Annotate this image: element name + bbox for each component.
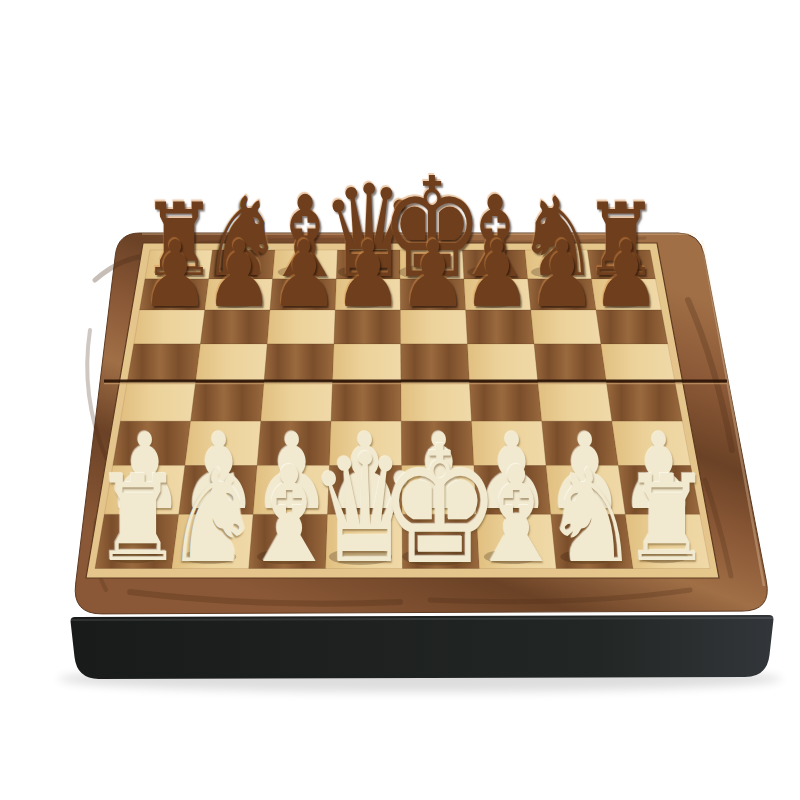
square-f4 (469, 381, 541, 421)
square-b6 (201, 310, 271, 344)
square-d4 (331, 381, 401, 421)
square-e3 (401, 421, 474, 465)
square-d3 (330, 421, 402, 465)
piece-ground-shadow (467, 266, 514, 278)
square-d5 (333, 344, 401, 381)
piece-ground-shadow (280, 298, 319, 308)
piece-ground-shadow (257, 549, 313, 564)
square-d6 (334, 310, 401, 344)
square-h5 (601, 344, 675, 381)
square-c3 (257, 421, 331, 465)
piece-ground-shadow (399, 265, 457, 280)
piece-ground-shadow (338, 265, 392, 279)
square-a3 (113, 421, 191, 465)
square-e5 (401, 344, 470, 381)
piece-ground-shadow (596, 267, 638, 278)
piece-ground-shadow (638, 550, 688, 563)
piece-ground-shadow (215, 266, 261, 278)
piece-ground-shadow (119, 498, 163, 510)
piece-ground-shadow (278, 266, 325, 278)
square-f3 (472, 421, 546, 465)
piece-ground-shadow (484, 549, 540, 564)
piece-ground-shadow (329, 548, 392, 565)
square-f5 (468, 344, 538, 381)
piece-ground-shadow (345, 298, 384, 308)
piece-ground-shadow (474, 298, 513, 308)
square-a4 (120, 381, 195, 421)
piece-ground-shadow (560, 550, 614, 564)
piece-ground-shadow (402, 548, 470, 566)
square-g3 (542, 421, 619, 465)
piece-ground-shadow (339, 498, 383, 510)
piece-ground-shadow (603, 298, 642, 308)
square-c5 (264, 344, 334, 381)
piece-ground-shadow (266, 498, 310, 510)
square-c4 (261, 381, 333, 421)
square-g6 (531, 310, 601, 344)
square-g5 (534, 344, 606, 381)
square-b4 (191, 381, 265, 421)
square-b5 (196, 344, 267, 381)
piece-ground-shadow (486, 498, 530, 510)
square-e4 (401, 381, 472, 421)
piece-ground-shadow (409, 298, 448, 308)
square-a5 (127, 344, 200, 381)
square-b3 (185, 421, 261, 465)
piece-ground-shadow (216, 298, 255, 308)
chess-set-photo: ♜♞♝♛♚♝♞♜♟♟♟♟♟♟♟♟♟♟♟♟♟♟♟♟♜♞♝♛♚♝♞♜ (0, 0, 800, 800)
piece-ground-shadow (193, 498, 237, 510)
square-h6 (596, 310, 668, 344)
square-c6 (267, 310, 335, 344)
square-h4 (606, 381, 682, 421)
piece-ground-shadow (559, 498, 603, 510)
chess-board (0, 0, 800, 800)
piece-ground-shadow (109, 550, 159, 563)
piece-ground-shadow (531, 266, 577, 278)
square-a6 (134, 310, 205, 344)
square-h3 (612, 421, 691, 465)
piece-ground-shadow (182, 550, 236, 564)
piece-ground-shadow (412, 498, 456, 510)
piece-ground-shadow (538, 298, 577, 308)
square-e6 (401, 310, 468, 344)
square-g4 (538, 381, 612, 421)
square-f6 (466, 310, 535, 344)
piece-ground-shadow (154, 267, 196, 278)
box-base-side (71, 615, 774, 679)
piece-ground-shadow (151, 298, 190, 308)
piece-ground-shadow (632, 498, 676, 510)
